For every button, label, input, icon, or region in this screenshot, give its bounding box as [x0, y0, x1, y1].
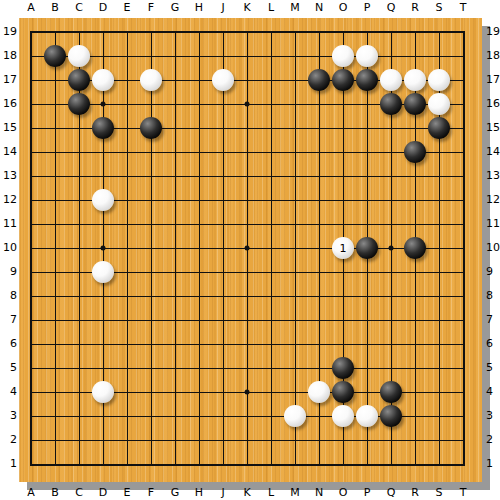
intersection-O18[interactable] [331, 44, 355, 68]
intersection-M15[interactable] [283, 116, 307, 140]
intersection-H3[interactable] [187, 404, 211, 428]
intersection-L14[interactable] [259, 140, 283, 164]
intersection-T7[interactable] [451, 308, 475, 332]
intersection-L11[interactable] [259, 212, 283, 236]
intersection-B7[interactable] [43, 308, 67, 332]
intersection-E2[interactable] [115, 428, 139, 452]
intersection-P11[interactable] [355, 212, 379, 236]
intersection-O10[interactable]: 1 [331, 236, 355, 260]
intersection-Q3[interactable] [379, 404, 403, 428]
intersection-P13[interactable] [355, 164, 379, 188]
intersection-F9[interactable] [139, 260, 163, 284]
intersection-E5[interactable] [115, 356, 139, 380]
intersection-R5[interactable] [403, 356, 427, 380]
intersection-T13[interactable] [451, 164, 475, 188]
intersection-G12[interactable] [163, 188, 187, 212]
intersection-B5[interactable] [43, 356, 67, 380]
intersection-A11[interactable] [19, 212, 43, 236]
intersection-E17[interactable] [115, 68, 139, 92]
intersection-S18[interactable] [427, 44, 451, 68]
intersection-G7[interactable] [163, 308, 187, 332]
intersection-C15[interactable] [67, 116, 91, 140]
intersection-H8[interactable] [187, 284, 211, 308]
intersection-J17[interactable] [211, 68, 235, 92]
intersection-L6[interactable] [259, 332, 283, 356]
intersection-B8[interactable] [43, 284, 67, 308]
intersection-L3[interactable] [259, 404, 283, 428]
intersection-O11[interactable] [331, 212, 355, 236]
intersection-T8[interactable] [451, 284, 475, 308]
intersection-R4[interactable] [403, 380, 427, 404]
intersection-D19[interactable] [91, 20, 115, 44]
intersection-R6[interactable] [403, 332, 427, 356]
intersection-C13[interactable] [67, 164, 91, 188]
intersection-B1[interactable] [43, 452, 67, 476]
intersection-C9[interactable] [67, 260, 91, 284]
intersection-F6[interactable] [139, 332, 163, 356]
intersection-F5[interactable] [139, 356, 163, 380]
intersection-N5[interactable] [307, 356, 331, 380]
intersection-P10[interactable] [355, 236, 379, 260]
intersection-B16[interactable] [43, 92, 67, 116]
intersection-G10[interactable] [163, 236, 187, 260]
intersection-O7[interactable] [331, 308, 355, 332]
intersection-R18[interactable] [403, 44, 427, 68]
intersection-F8[interactable] [139, 284, 163, 308]
intersection-B6[interactable] [43, 332, 67, 356]
intersection-C7[interactable] [67, 308, 91, 332]
intersection-T4[interactable] [451, 380, 475, 404]
intersection-L16[interactable] [259, 92, 283, 116]
intersection-E9[interactable] [115, 260, 139, 284]
intersection-J16[interactable] [211, 92, 235, 116]
intersection-H18[interactable] [187, 44, 211, 68]
intersection-F12[interactable] [139, 188, 163, 212]
intersection-H6[interactable] [187, 332, 211, 356]
intersection-D15[interactable] [91, 116, 115, 140]
intersection-S11[interactable] [427, 212, 451, 236]
intersection-O5[interactable] [331, 356, 355, 380]
intersection-O15[interactable] [331, 116, 355, 140]
intersection-A15[interactable] [19, 116, 43, 140]
intersection-K6[interactable] [235, 332, 259, 356]
intersection-K1[interactable] [235, 452, 259, 476]
intersection-E8[interactable] [115, 284, 139, 308]
intersection-D5[interactable] [91, 356, 115, 380]
intersection-C14[interactable] [67, 140, 91, 164]
intersection-E19[interactable] [115, 20, 139, 44]
intersection-M19[interactable] [283, 20, 307, 44]
intersection-K5[interactable] [235, 356, 259, 380]
intersection-A2[interactable] [19, 428, 43, 452]
intersection-M17[interactable] [283, 68, 307, 92]
intersection-S2[interactable] [427, 428, 451, 452]
intersection-C18[interactable] [67, 44, 91, 68]
intersection-K16[interactable] [235, 92, 259, 116]
intersection-M8[interactable] [283, 284, 307, 308]
intersection-K13[interactable] [235, 164, 259, 188]
intersection-L15[interactable] [259, 116, 283, 140]
intersection-H1[interactable] [187, 452, 211, 476]
intersection-G15[interactable] [163, 116, 187, 140]
intersection-S19[interactable] [427, 20, 451, 44]
intersection-A1[interactable] [19, 452, 43, 476]
intersection-E12[interactable] [115, 188, 139, 212]
intersection-T18[interactable] [451, 44, 475, 68]
intersection-J8[interactable] [211, 284, 235, 308]
intersection-Q17[interactable] [379, 68, 403, 92]
intersection-A10[interactable] [19, 236, 43, 260]
intersection-J14[interactable] [211, 140, 235, 164]
intersection-S4[interactable] [427, 380, 451, 404]
intersection-J4[interactable] [211, 380, 235, 404]
intersection-O19[interactable] [331, 20, 355, 44]
intersection-E6[interactable] [115, 332, 139, 356]
intersection-N4[interactable] [307, 380, 331, 404]
intersection-K3[interactable] [235, 404, 259, 428]
intersection-A5[interactable] [19, 356, 43, 380]
intersection-T3[interactable] [451, 404, 475, 428]
intersection-A6[interactable] [19, 332, 43, 356]
intersection-O8[interactable] [331, 284, 355, 308]
intersection-H10[interactable] [187, 236, 211, 260]
intersection-G18[interactable] [163, 44, 187, 68]
intersection-E7[interactable] [115, 308, 139, 332]
intersection-H19[interactable] [187, 20, 211, 44]
intersection-D4[interactable] [91, 380, 115, 404]
intersection-F14[interactable] [139, 140, 163, 164]
intersection-K17[interactable] [235, 68, 259, 92]
intersection-P19[interactable] [355, 20, 379, 44]
intersection-T17[interactable] [451, 68, 475, 92]
intersection-T12[interactable] [451, 188, 475, 212]
intersection-M5[interactable] [283, 356, 307, 380]
intersection-Q4[interactable] [379, 380, 403, 404]
intersection-S14[interactable] [427, 140, 451, 164]
intersection-Q6[interactable] [379, 332, 403, 356]
intersection-H2[interactable] [187, 428, 211, 452]
intersection-J11[interactable] [211, 212, 235, 236]
intersection-J9[interactable] [211, 260, 235, 284]
intersection-M13[interactable] [283, 164, 307, 188]
intersection-S7[interactable] [427, 308, 451, 332]
intersection-F7[interactable] [139, 308, 163, 332]
intersection-D13[interactable] [91, 164, 115, 188]
intersection-R7[interactable] [403, 308, 427, 332]
intersection-G11[interactable] [163, 212, 187, 236]
intersection-M7[interactable] [283, 308, 307, 332]
intersection-C11[interactable] [67, 212, 91, 236]
intersection-T11[interactable] [451, 212, 475, 236]
intersection-L4[interactable] [259, 380, 283, 404]
intersection-Q1[interactable] [379, 452, 403, 476]
intersection-A17[interactable] [19, 68, 43, 92]
intersection-R19[interactable] [403, 20, 427, 44]
intersection-P15[interactable] [355, 116, 379, 140]
intersection-S5[interactable] [427, 356, 451, 380]
intersection-O4[interactable] [331, 380, 355, 404]
intersection-H17[interactable] [187, 68, 211, 92]
intersection-F10[interactable] [139, 236, 163, 260]
intersection-D6[interactable] [91, 332, 115, 356]
intersection-T2[interactable] [451, 428, 475, 452]
intersection-D12[interactable] [91, 188, 115, 212]
intersection-R15[interactable] [403, 116, 427, 140]
intersection-Q7[interactable] [379, 308, 403, 332]
intersection-K11[interactable] [235, 212, 259, 236]
intersection-F18[interactable] [139, 44, 163, 68]
intersection-T14[interactable] [451, 140, 475, 164]
intersection-K18[interactable] [235, 44, 259, 68]
intersection-S9[interactable] [427, 260, 451, 284]
intersection-H4[interactable] [187, 380, 211, 404]
intersection-H9[interactable] [187, 260, 211, 284]
intersection-M1[interactable] [283, 452, 307, 476]
intersection-K19[interactable] [235, 20, 259, 44]
intersection-Q19[interactable] [379, 20, 403, 44]
intersection-C16[interactable] [67, 92, 91, 116]
intersection-L18[interactable] [259, 44, 283, 68]
intersection-G9[interactable] [163, 260, 187, 284]
intersection-O12[interactable] [331, 188, 355, 212]
intersection-G2[interactable] [163, 428, 187, 452]
intersection-K10[interactable] [235, 236, 259, 260]
intersection-B3[interactable] [43, 404, 67, 428]
intersection-Q12[interactable] [379, 188, 403, 212]
intersection-L17[interactable] [259, 68, 283, 92]
intersection-P9[interactable] [355, 260, 379, 284]
intersection-O1[interactable] [331, 452, 355, 476]
intersection-R3[interactable] [403, 404, 427, 428]
intersection-M3[interactable] [283, 404, 307, 428]
intersection-M14[interactable] [283, 140, 307, 164]
intersection-B19[interactable] [43, 20, 67, 44]
intersection-F15[interactable] [139, 116, 163, 140]
intersection-J5[interactable] [211, 356, 235, 380]
intersection-T16[interactable] [451, 92, 475, 116]
intersection-L2[interactable] [259, 428, 283, 452]
intersection-N15[interactable] [307, 116, 331, 140]
intersection-R8[interactable] [403, 284, 427, 308]
intersection-S13[interactable] [427, 164, 451, 188]
intersection-B14[interactable] [43, 140, 67, 164]
intersection-D10[interactable] [91, 236, 115, 260]
intersection-G4[interactable] [163, 380, 187, 404]
intersection-P17[interactable] [355, 68, 379, 92]
intersection-S15[interactable] [427, 116, 451, 140]
intersection-L12[interactable] [259, 188, 283, 212]
intersection-J15[interactable] [211, 116, 235, 140]
intersection-F2[interactable] [139, 428, 163, 452]
intersection-G3[interactable] [163, 404, 187, 428]
intersection-R9[interactable] [403, 260, 427, 284]
intersection-L8[interactable] [259, 284, 283, 308]
intersection-E10[interactable] [115, 236, 139, 260]
intersection-S12[interactable] [427, 188, 451, 212]
intersection-N10[interactable] [307, 236, 331, 260]
intersection-Q10[interactable] [379, 236, 403, 260]
intersection-B10[interactable] [43, 236, 67, 260]
intersection-R12[interactable] [403, 188, 427, 212]
intersection-N3[interactable] [307, 404, 331, 428]
intersection-N11[interactable] [307, 212, 331, 236]
intersection-T6[interactable] [451, 332, 475, 356]
intersection-E15[interactable] [115, 116, 139, 140]
intersection-L13[interactable] [259, 164, 283, 188]
intersection-O14[interactable] [331, 140, 355, 164]
intersection-P1[interactable] [355, 452, 379, 476]
intersection-P7[interactable] [355, 308, 379, 332]
intersection-N13[interactable] [307, 164, 331, 188]
intersection-R1[interactable] [403, 452, 427, 476]
intersection-N14[interactable] [307, 140, 331, 164]
intersection-B11[interactable] [43, 212, 67, 236]
intersection-D9[interactable] [91, 260, 115, 284]
intersection-K4[interactable] [235, 380, 259, 404]
intersection-E4[interactable] [115, 380, 139, 404]
intersection-A7[interactable] [19, 308, 43, 332]
intersection-N2[interactable] [307, 428, 331, 452]
intersection-Q11[interactable] [379, 212, 403, 236]
intersection-E14[interactable] [115, 140, 139, 164]
intersection-F17[interactable] [139, 68, 163, 92]
intersection-G8[interactable] [163, 284, 187, 308]
intersection-P8[interactable] [355, 284, 379, 308]
intersection-C12[interactable] [67, 188, 91, 212]
intersection-D17[interactable] [91, 68, 115, 92]
intersection-C8[interactable] [67, 284, 91, 308]
intersection-M9[interactable] [283, 260, 307, 284]
intersection-N7[interactable] [307, 308, 331, 332]
intersection-N1[interactable] [307, 452, 331, 476]
intersection-J12[interactable] [211, 188, 235, 212]
intersection-B2[interactable] [43, 428, 67, 452]
intersection-T9[interactable] [451, 260, 475, 284]
intersection-O13[interactable] [331, 164, 355, 188]
intersection-Q5[interactable] [379, 356, 403, 380]
intersection-B12[interactable] [43, 188, 67, 212]
intersection-R14[interactable] [403, 140, 427, 164]
intersection-T15[interactable] [451, 116, 475, 140]
intersection-N16[interactable] [307, 92, 331, 116]
intersection-H7[interactable] [187, 308, 211, 332]
intersection-B18[interactable] [43, 44, 67, 68]
intersection-N18[interactable] [307, 44, 331, 68]
intersection-B4[interactable] [43, 380, 67, 404]
intersection-O2[interactable] [331, 428, 355, 452]
intersection-H15[interactable] [187, 116, 211, 140]
intersection-F4[interactable] [139, 380, 163, 404]
intersection-J2[interactable] [211, 428, 235, 452]
intersection-T5[interactable] [451, 356, 475, 380]
intersection-M10[interactable] [283, 236, 307, 260]
intersection-H12[interactable] [187, 188, 211, 212]
intersection-D2[interactable] [91, 428, 115, 452]
intersection-G6[interactable] [163, 332, 187, 356]
intersection-J1[interactable] [211, 452, 235, 476]
intersection-L5[interactable] [259, 356, 283, 380]
intersection-A12[interactable] [19, 188, 43, 212]
intersection-J18[interactable] [211, 44, 235, 68]
intersection-F11[interactable] [139, 212, 163, 236]
intersection-P14[interactable] [355, 140, 379, 164]
intersection-O9[interactable] [331, 260, 355, 284]
intersection-H11[interactable] [187, 212, 211, 236]
intersection-A3[interactable] [19, 404, 43, 428]
intersection-G1[interactable] [163, 452, 187, 476]
intersection-H16[interactable] [187, 92, 211, 116]
intersection-B15[interactable] [43, 116, 67, 140]
intersection-R17[interactable] [403, 68, 427, 92]
intersection-P6[interactable] [355, 332, 379, 356]
intersection-C19[interactable] [67, 20, 91, 44]
intersection-M6[interactable] [283, 332, 307, 356]
intersection-C5[interactable] [67, 356, 91, 380]
intersection-R16[interactable] [403, 92, 427, 116]
intersection-S10[interactable] [427, 236, 451, 260]
intersection-N19[interactable] [307, 20, 331, 44]
intersection-E13[interactable] [115, 164, 139, 188]
intersection-N17[interactable] [307, 68, 331, 92]
intersection-F1[interactable] [139, 452, 163, 476]
intersection-N8[interactable] [307, 284, 331, 308]
intersection-H14[interactable] [187, 140, 211, 164]
intersection-P12[interactable] [355, 188, 379, 212]
intersection-A9[interactable] [19, 260, 43, 284]
intersection-B13[interactable] [43, 164, 67, 188]
intersection-P2[interactable] [355, 428, 379, 452]
intersection-S17[interactable] [427, 68, 451, 92]
intersection-J19[interactable] [211, 20, 235, 44]
intersection-R10[interactable] [403, 236, 427, 260]
intersection-P16[interactable] [355, 92, 379, 116]
intersection-Q15[interactable] [379, 116, 403, 140]
intersection-D14[interactable] [91, 140, 115, 164]
intersection-A14[interactable] [19, 140, 43, 164]
intersection-Q18[interactable] [379, 44, 403, 68]
intersection-G5[interactable] [163, 356, 187, 380]
intersection-Q8[interactable] [379, 284, 403, 308]
intersection-G17[interactable] [163, 68, 187, 92]
intersection-F13[interactable] [139, 164, 163, 188]
intersection-C10[interactable] [67, 236, 91, 260]
intersection-L10[interactable] [259, 236, 283, 260]
intersection-E16[interactable] [115, 92, 139, 116]
intersection-Q16[interactable] [379, 92, 403, 116]
intersection-J3[interactable] [211, 404, 235, 428]
intersection-J6[interactable] [211, 332, 235, 356]
intersection-M16[interactable] [283, 92, 307, 116]
intersection-C3[interactable] [67, 404, 91, 428]
intersection-K14[interactable] [235, 140, 259, 164]
intersection-H13[interactable] [187, 164, 211, 188]
intersection-Q9[interactable] [379, 260, 403, 284]
intersection-D18[interactable] [91, 44, 115, 68]
intersection-N6[interactable] [307, 332, 331, 356]
intersection-L9[interactable] [259, 260, 283, 284]
intersection-S1[interactable] [427, 452, 451, 476]
intersection-B17[interactable] [43, 68, 67, 92]
intersection-J7[interactable] [211, 308, 235, 332]
intersection-A8[interactable] [19, 284, 43, 308]
intersection-S8[interactable] [427, 284, 451, 308]
intersection-J10[interactable] [211, 236, 235, 260]
intersection-T10[interactable] [451, 236, 475, 260]
intersection-D1[interactable] [91, 452, 115, 476]
intersection-M2[interactable] [283, 428, 307, 452]
intersection-A19[interactable] [19, 20, 43, 44]
intersection-L7[interactable] [259, 308, 283, 332]
